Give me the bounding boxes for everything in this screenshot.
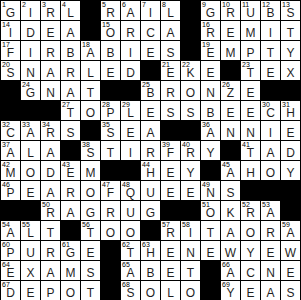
cell-letter: R — [41, 246, 60, 260]
cell-r8c14[interactable]: Y — [281, 161, 301, 181]
cell-r11c9[interactable]: 58I — [181, 221, 201, 241]
cell-r0c0[interactable]: 1G — [1, 1, 21, 21]
cell-letter: A — [121, 6, 140, 20]
block-r6c9 — [181, 121, 201, 141]
cell-letter: G — [21, 86, 40, 100]
cell-r13c2[interactable]: A — [41, 261, 61, 281]
cell-letter: X — [21, 266, 40, 280]
cell-letter: G — [141, 206, 160, 220]
cell-r3c3[interactable]: R — [61, 61, 81, 81]
block-r0c9 — [181, 1, 201, 21]
cell-letter: Y — [281, 166, 300, 180]
cell-r7c8[interactable]: 39F — [161, 141, 181, 161]
cell-letter: A — [121, 266, 140, 280]
cell-letter: D — [21, 26, 40, 40]
cell-r11c6[interactable]: O — [121, 221, 141, 241]
cell-letter: T — [81, 86, 100, 100]
cell-letter: A — [221, 266, 240, 280]
cell-letter: E — [241, 286, 260, 300]
cell-r4c4[interactable]: T — [81, 81, 101, 101]
cell-r6c7[interactable]: A — [141, 121, 161, 141]
cell-letter: S — [281, 6, 300, 20]
block-r11c3 — [61, 221, 81, 241]
cell-r10c13[interactable]: 53A — [261, 201, 281, 221]
cell-letter: E — [241, 86, 260, 100]
cell-r0c13[interactable]: 12B — [261, 1, 281, 21]
cell-r8c1[interactable]: O — [21, 161, 41, 181]
cell-letter: F — [1, 46, 20, 60]
block-r5c1 — [21, 101, 41, 121]
cell-r11c14[interactable]: 59A — [281, 221, 301, 241]
cell-letter: T — [81, 286, 100, 300]
cell-r3c8[interactable]: 21E — [161, 61, 181, 81]
cell-letter: U — [121, 206, 140, 220]
cell-letter: R — [61, 66, 80, 80]
cell-r13c3[interactable]: M — [61, 261, 81, 281]
cell-r5c8[interactable]: S — [161, 101, 181, 121]
cell-r2c8[interactable]: S — [161, 41, 181, 61]
cell-r5c10[interactable]: B — [201, 101, 221, 121]
cell-letter: G — [81, 206, 100, 220]
cell-letter: K — [221, 206, 240, 220]
cell-r13c11[interactable]: 66A — [221, 261, 241, 281]
cell-letter: R — [101, 6, 120, 20]
cell-r4c7[interactable]: 25B — [141, 81, 161, 101]
cell-r14c14[interactable]: S — [281, 281, 301, 300]
cell-r12c8[interactable]: E — [161, 241, 181, 261]
cell-letter: R — [221, 6, 240, 20]
cell-r4c9[interactable]: O — [181, 81, 201, 101]
cell-letter: O — [181, 286, 200, 300]
cell-r12c14[interactable]: W — [281, 241, 301, 261]
cell-r7c6[interactable]: I — [121, 141, 141, 161]
cell-r9c3[interactable]: R — [61, 181, 81, 201]
cell-r11c8[interactable]: 57R — [161, 221, 181, 241]
cell-r9c1[interactable]: E — [21, 181, 41, 201]
cell-r13c6[interactable]: 65A — [121, 261, 141, 281]
cell-r10c7[interactable]: G — [141, 201, 161, 221]
cell-r8c13[interactable]: O — [261, 161, 281, 181]
cell-letter: N — [41, 86, 60, 100]
block-r10c8 — [161, 201, 181, 221]
cell-r3c5[interactable]: E — [101, 61, 121, 81]
cell-letter: E — [141, 46, 160, 60]
block-r0c4 — [81, 1, 101, 21]
cell-r6c11[interactable]: N — [221, 121, 241, 141]
cell-letter: R — [201, 26, 220, 40]
cell-letter: A — [221, 226, 240, 240]
cell-letter: T — [41, 226, 60, 240]
cell-r2c3[interactable]: B — [61, 41, 81, 61]
cell-r8c0[interactable]: 42M — [1, 161, 21, 181]
cell-letter: T — [201, 226, 220, 240]
cell-r9c10[interactable]: 49N — [201, 181, 221, 201]
cell-r2c4[interactable]: 18A — [81, 41, 101, 61]
cell-letter: B — [141, 266, 160, 280]
cell-r14c7[interactable]: O — [141, 281, 161, 300]
cell-r6c5[interactable]: 35S — [101, 121, 121, 141]
cell-r1c0[interactable]: 14I — [1, 21, 21, 41]
cell-letter: Y — [181, 166, 200, 180]
cell-r1c14[interactable]: T — [281, 21, 301, 41]
cell-r3c2[interactable]: A — [41, 61, 61, 81]
cell-r13c4[interactable]: S — [81, 261, 101, 281]
cell-r0c2[interactable]: 3R — [41, 1, 61, 21]
cell-letter: H — [141, 166, 160, 180]
block-r10c9 — [181, 201, 201, 221]
cell-r7c13[interactable]: A — [261, 141, 281, 161]
cell-letter: T — [181, 266, 200, 280]
cell-r9c11[interactable]: S — [221, 181, 241, 201]
cell-r13c12[interactable]: C — [241, 261, 261, 281]
cell-r3c13[interactable]: E — [261, 61, 281, 81]
cell-r9c9[interactable]: E — [181, 181, 201, 201]
cell-r7c5[interactable]: T — [101, 141, 121, 161]
cell-letter: I — [21, 6, 40, 20]
cell-letter: T — [121, 246, 140, 260]
cell-letter: A — [161, 26, 180, 40]
cell-r12c9[interactable]: N — [181, 241, 201, 261]
cell-r8c2[interactable]: D — [41, 161, 61, 181]
cell-letter: X — [281, 66, 300, 80]
cell-r3c9[interactable]: 22K — [181, 61, 201, 81]
block-r11c7 — [141, 221, 161, 241]
cell-letter: D — [1, 286, 20, 300]
block-r1c9 — [181, 21, 201, 41]
cell-letter: O — [61, 286, 80, 300]
cell-r8c11[interactable]: 45A — [221, 161, 241, 181]
cell-r4c8[interactable]: R — [161, 81, 181, 101]
cell-r10c10[interactable]: 51O — [201, 201, 221, 221]
cell-letter: O — [261, 166, 280, 180]
cell-r0c11[interactable]: 10R — [221, 1, 241, 21]
cell-r13c14[interactable]: E — [281, 261, 301, 281]
cell-r11c1[interactable]: 55L — [21, 221, 41, 241]
cell-r6c1[interactable]: 33A — [21, 121, 41, 141]
cell-r12c13[interactable]: E — [261, 241, 281, 261]
cell-letter: W — [221, 246, 240, 260]
cell-r12c1[interactable]: U — [21, 241, 41, 261]
cell-letter: E — [21, 286, 40, 300]
block-r7c3 — [61, 141, 81, 161]
cell-r3c6[interactable]: D — [121, 61, 141, 81]
cell-r14c13[interactable]: A — [261, 281, 281, 300]
cell-r4c2[interactable]: N — [41, 81, 61, 101]
cell-letter: D — [281, 146, 300, 160]
cell-r8c9[interactable]: Y — [181, 161, 201, 181]
cell-r10c6[interactable]: U — [121, 201, 141, 221]
cell-r6c13[interactable]: I — [261, 121, 281, 141]
cell-letter: G — [201, 6, 220, 20]
cell-r6c10[interactable]: 36A — [201, 121, 221, 141]
cell-letter: E — [221, 106, 240, 120]
cell-r0c5[interactable]: 5R — [101, 1, 121, 21]
cell-r14c12[interactable]: E — [241, 281, 261, 300]
cell-r5c14[interactable]: 31H — [281, 101, 301, 121]
cell-r10c3[interactable]: A — [61, 201, 81, 221]
cell-r4c12[interactable]: E — [241, 81, 261, 101]
cell-r2c7[interactable]: E — [141, 41, 161, 61]
cell-r2c12[interactable]: P — [241, 41, 261, 61]
cell-r4c10[interactable]: N — [201, 81, 221, 101]
cell-r12c12[interactable]: Y — [241, 241, 261, 261]
cell-letter: P — [241, 46, 260, 60]
cell-r1c12[interactable]: M — [241, 21, 261, 41]
cell-r3c10[interactable]: E — [201, 61, 221, 81]
cell-letter: U — [21, 246, 40, 260]
cell-r3c0[interactable]: 20S — [1, 61, 21, 81]
cell-letter: R — [41, 46, 60, 60]
cell-r9c2[interactable]: A — [41, 181, 61, 201]
cell-letter: E — [281, 266, 300, 280]
cell-r0c7[interactable]: 7I — [141, 1, 161, 21]
block-r5c0 — [1, 101, 21, 121]
cell-r10c5[interactable]: R — [101, 201, 121, 221]
cell-r2c2[interactable]: R — [41, 41, 61, 61]
cell-r3c1[interactable]: N — [21, 61, 41, 81]
block-r14c10 — [201, 281, 221, 300]
cell-r0c12[interactable]: 11U — [241, 1, 261, 21]
cell-letter: C — [261, 106, 280, 120]
cell-r13c7[interactable]: B — [141, 261, 161, 281]
cell-letter: N — [221, 126, 240, 140]
cell-r9c7[interactable]: U — [141, 181, 161, 201]
block-r12c5 — [101, 241, 121, 261]
cell-letter: A — [261, 286, 280, 300]
cell-r7c10[interactable]: Y — [201, 141, 221, 161]
cell-r7c7[interactable]: R — [141, 141, 161, 161]
cell-r12c2[interactable]: R — [41, 241, 61, 261]
cell-r0c14[interactable]: 13S — [281, 1, 301, 21]
cell-r2c1[interactable]: I — [21, 41, 41, 61]
cell-r11c4[interactable]: 56T — [81, 221, 101, 241]
cell-r1c7[interactable]: C — [141, 21, 161, 41]
cell-r7c2[interactable]: A — [41, 141, 61, 161]
cell-r10c2[interactable]: 50R — [41, 201, 61, 221]
block-r3c11 — [221, 61, 241, 81]
cell-letter: H — [281, 106, 300, 120]
cell-letter: C — [1, 126, 20, 140]
cell-r12c10[interactable]: E — [201, 241, 221, 261]
cell-letter: I — [261, 26, 280, 40]
cell-r8c7[interactable]: 44H — [141, 161, 161, 181]
cell-r14c11[interactable]: 69Y — [221, 281, 241, 300]
cell-r5c5[interactable]: 28P — [101, 101, 121, 121]
cell-r6c3[interactable]: S — [61, 121, 81, 141]
cell-r14c2[interactable]: P — [41, 281, 61, 300]
cell-r13c8[interactable]: E — [161, 261, 181, 281]
cell-r6c0[interactable]: 32C — [1, 121, 21, 141]
cell-r5c11[interactable]: E — [221, 101, 241, 121]
cell-r8c8[interactable]: E — [161, 161, 181, 181]
cell-letter: C — [141, 26, 160, 40]
cell-letter: R — [241, 206, 260, 220]
cell-letter: A — [221, 166, 240, 180]
cell-r13c9[interactable]: T — [181, 261, 201, 281]
cell-letter: E — [161, 66, 180, 80]
cell-letter: E — [161, 246, 180, 260]
cell-letter: C — [241, 266, 260, 280]
cell-r2c5[interactable]: B — [101, 41, 121, 61]
cell-r0c3[interactable]: 4L — [61, 1, 81, 21]
cell-letter: A — [61, 86, 80, 100]
cell-r12c0[interactable]: 60P — [1, 241, 21, 261]
cell-r5c9[interactable]: S — [181, 101, 201, 121]
cell-r8c12[interactable]: H — [241, 161, 261, 181]
cell-r9c8[interactable]: E — [161, 181, 181, 201]
cell-r14c4[interactable]: T — [81, 281, 101, 300]
cell-r12c11[interactable]: W — [221, 241, 241, 261]
cell-r4c11[interactable]: 26Z — [221, 81, 241, 101]
cell-r12c6[interactable]: 62T — [121, 241, 141, 261]
cell-letter: K — [181, 66, 200, 80]
cell-r12c3[interactable]: 61G — [61, 241, 81, 261]
cell-r11c11[interactable]: A — [221, 221, 241, 241]
cell-r1c6[interactable]: R — [121, 21, 141, 41]
cell-letter: N — [181, 246, 200, 260]
cell-r0c1[interactable]: 2I — [21, 1, 41, 21]
cell-r5c6[interactable]: 29L — [121, 101, 141, 121]
cell-r7c12[interactable]: 41T — [241, 141, 261, 161]
cell-r1c13[interactable]: I — [261, 21, 281, 41]
cell-r5c13[interactable]: 30C — [261, 101, 281, 121]
cell-letter: Y — [221, 286, 240, 300]
cell-letter: L — [21, 226, 40, 240]
cell-r7c0[interactable]: 37A — [1, 141, 21, 161]
cell-r1c8[interactable]: A — [161, 21, 181, 41]
cell-r1c3[interactable]: A — [61, 21, 81, 41]
cell-r9c5[interactable]: 47F — [101, 181, 121, 201]
cell-letter: S — [121, 286, 140, 300]
cell-r6c14[interactable]: E — [281, 121, 301, 141]
cell-r14c1[interactable]: E — [21, 281, 41, 300]
cell-r1c1[interactable]: D — [21, 21, 41, 41]
cell-r3c12[interactable]: 23T — [241, 61, 261, 81]
cell-r0c6[interactable]: 6A — [121, 1, 141, 21]
cell-letter: U — [241, 6, 260, 20]
block-r13c5 — [101, 261, 121, 281]
cell-r3c4[interactable]: L — [81, 61, 101, 81]
cell-r5c12[interactable]: E — [241, 101, 261, 121]
cell-letter: S — [61, 126, 80, 140]
cell-r7c14[interactable]: D — [281, 141, 301, 161]
cell-r10c4[interactable]: G — [81, 201, 101, 221]
cell-letter: I — [21, 46, 40, 60]
cell-letter: E — [141, 106, 160, 120]
cell-r1c5[interactable]: 15O — [101, 21, 121, 41]
cell-r1c10[interactable]: 16R — [201, 21, 221, 41]
cell-r2c13[interactable]: T — [261, 41, 281, 61]
cell-r4c1[interactable]: 24G — [21, 81, 41, 101]
cell-r2c10[interactable]: 19E — [201, 41, 221, 61]
cell-letter: S — [161, 46, 180, 60]
cell-letter: A — [61, 26, 80, 40]
cell-r8c3[interactable]: 43E — [61, 161, 81, 181]
cell-letter: A — [41, 186, 60, 200]
cell-r9c4[interactable]: O — [81, 181, 101, 201]
block-r1c4 — [81, 21, 101, 41]
cell-r2c11[interactable]: M — [221, 41, 241, 61]
cell-letter: E — [121, 126, 140, 140]
cell-letter: N — [261, 266, 280, 280]
cell-letter: O — [81, 186, 100, 200]
cell-r13c0[interactable]: 64E — [1, 261, 21, 281]
cell-r14c0[interactable]: 67D — [1, 281, 21, 300]
cell-r3c14[interactable]: X — [281, 61, 301, 81]
cell-letter: A — [201, 126, 220, 140]
cell-letter: T — [101, 146, 120, 160]
cell-r11c13[interactable]: R — [261, 221, 281, 241]
cell-r11c12[interactable]: O — [241, 221, 261, 241]
cell-r9c0[interactable]: 46P — [1, 181, 21, 201]
cell-r5c7[interactable]: E — [141, 101, 161, 121]
cell-r14c6[interactable]: 68S — [121, 281, 141, 300]
cell-r0c8[interactable]: 8L — [161, 1, 181, 21]
block-r2c9 — [181, 41, 201, 61]
cell-r14c3[interactable]: O — [61, 281, 81, 300]
cell-r1c11[interactable]: E — [221, 21, 241, 41]
cell-letter: A — [81, 46, 100, 60]
cell-letter: F — [101, 186, 120, 200]
cell-r11c5[interactable]: O — [101, 221, 121, 241]
cell-r12c4[interactable]: E — [81, 241, 101, 261]
cell-r5c3[interactable]: 27T — [61, 101, 81, 121]
cell-r7c1[interactable]: L — [21, 141, 41, 161]
cell-letter: B — [201, 106, 220, 120]
cell-r10c11[interactable]: K — [221, 201, 241, 221]
block-r6c8 — [161, 121, 181, 141]
cell-letter: L — [21, 146, 40, 160]
cell-letter: T — [61, 106, 80, 120]
cell-r11c2[interactable]: T — [41, 221, 61, 241]
cell-r11c0[interactable]: 54A — [1, 221, 21, 241]
cell-r13c1[interactable]: X — [21, 261, 41, 281]
cell-r6c12[interactable]: N — [241, 121, 261, 141]
cell-r2c14[interactable]: Y — [281, 41, 301, 61]
cell-r8c4[interactable]: M — [81, 161, 101, 181]
cell-r13c13[interactable]: N — [261, 261, 281, 281]
cell-letter: S — [281, 286, 300, 300]
cell-letter: M — [61, 266, 80, 280]
cell-r7c4[interactable]: 38S — [81, 141, 101, 161]
cell-r2c6[interactable]: I — [121, 41, 141, 61]
cell-r6c2[interactable]: 34R — [41, 121, 61, 141]
cell-letter: W — [281, 246, 300, 260]
block-r8c6 — [121, 161, 141, 181]
cell-r5c4[interactable]: O — [81, 101, 101, 121]
cell-letter: R — [41, 6, 60, 20]
cell-letter: E — [161, 166, 180, 180]
cell-letter: Q — [121, 186, 140, 200]
cell-letter: A — [41, 266, 60, 280]
cell-r12c7[interactable]: 63H — [141, 241, 161, 261]
block-r4c14 — [281, 81, 301, 101]
cell-r11c10[interactable]: T — [201, 221, 221, 241]
cell-r6c6[interactable]: E — [121, 121, 141, 141]
cell-letter: S — [101, 126, 120, 140]
cell-r14c8[interactable]: L — [161, 281, 181, 300]
cell-r7c9[interactable]: 40R — [181, 141, 201, 161]
cell-r0c10[interactable]: 9G — [201, 1, 221, 21]
cell-r14c9[interactable]: O — [181, 281, 201, 300]
cell-r1c2[interactable]: E — [41, 21, 61, 41]
cell-r2c0[interactable]: 17F — [1, 41, 21, 61]
cell-r10c12[interactable]: 52R — [241, 201, 261, 221]
cell-letter: F — [161, 146, 180, 160]
cell-r4c3[interactable]: A — [61, 81, 81, 101]
cell-r9c6[interactable]: 48Q — [121, 181, 141, 201]
cell-letter: A — [141, 126, 160, 140]
